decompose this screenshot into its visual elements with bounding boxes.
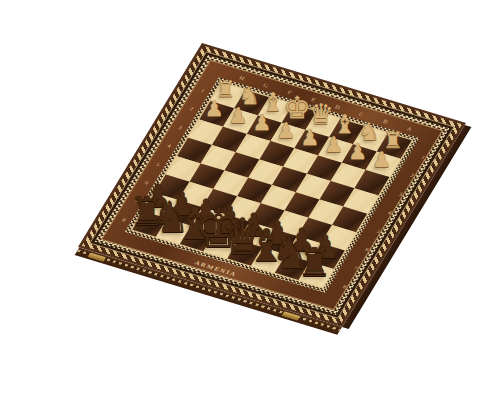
coord-label-E: E	[310, 97, 317, 103]
product-photo: ARMENIA HGFEDCBA1234567812345678 ♜♞♝♚♛♝♞…	[0, 0, 500, 400]
coord-label-C: C	[358, 111, 365, 117]
coord-label-3: 3	[177, 124, 183, 130]
coord-label-6: 6	[144, 180, 150, 186]
coord-label-8: 8	[121, 217, 127, 223]
coord-label-2: 2	[409, 173, 415, 179]
chevron-inlay-band: ARMENIA HGFEDCBA1234567812345678	[82, 46, 462, 324]
coord-label-B: B	[382, 118, 389, 124]
mosaic-dot-band-inner	[125, 77, 420, 293]
coord-label-5: 5	[375, 228, 381, 234]
dark-frame-band: ARMENIA HGFEDCBA1234567812345678	[90, 52, 455, 319]
coord-label-F: F	[286, 89, 292, 95]
coord-label-5: 5	[155, 161, 161, 167]
coord-label-8: 8	[342, 284, 348, 290]
coord-label-2: 2	[189, 106, 195, 112]
coord-label-D: D	[334, 104, 341, 110]
coord-label-4: 4	[166, 143, 172, 149]
coord-label-A: A	[406, 126, 413, 132]
board-squares	[132, 83, 411, 287]
coord-label-4: 4	[387, 210, 393, 216]
coord-label-1: 1	[420, 154, 426, 160]
coord-label-3: 3	[398, 191, 404, 197]
chess-board: ARMENIA HGFEDCBA1234567812345678	[78, 43, 466, 327]
coord-label-7: 7	[353, 265, 359, 271]
coord-label-1: 1	[200, 87, 206, 93]
board-edge: ARMENIA HGFEDCBA1234567812345678	[78, 43, 466, 327]
coord-label-7: 7	[132, 198, 138, 204]
coord-label-H: H	[238, 75, 245, 81]
coord-label-6: 6	[364, 247, 370, 253]
light-fillet-band	[130, 81, 413, 288]
coord-label-G: G	[262, 82, 269, 88]
